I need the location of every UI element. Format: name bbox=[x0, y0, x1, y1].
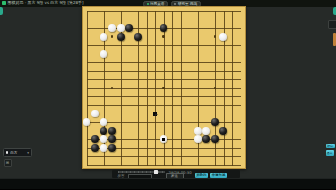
black-stone bbox=[108, 144, 116, 152]
black-stone bbox=[108, 127, 116, 135]
app-logo-icon bbox=[2, 1, 6, 5]
black-stone bbox=[117, 33, 125, 41]
right-chip-research[interactable]: 研究 bbox=[326, 144, 335, 149]
left-edge-tab[interactable] bbox=[0, 7, 3, 15]
desktop-screen: 围棋对局 - 黑方 9段 vs 白方 9段 [第28手] 对局直播研究室 观战 … bbox=[0, 0, 336, 189]
tab-status-dot bbox=[174, 3, 176, 5]
white-stone bbox=[194, 135, 202, 143]
right-panel-button[interactable] bbox=[328, 20, 336, 30]
black-stone bbox=[100, 127, 108, 135]
grid-tool-icon[interactable]: ⊞ bbox=[4, 159, 12, 167]
white-stone-indicator-icon bbox=[6, 151, 8, 153]
tab-status-dot bbox=[147, 3, 149, 5]
right-chip-exit[interactable]: 退出 bbox=[326, 150, 334, 156]
star-point bbox=[162, 35, 164, 37]
white-stone bbox=[100, 33, 108, 41]
player-dropdown[interactable]: 白方 ▾ bbox=[3, 148, 32, 157]
black-stone bbox=[211, 135, 219, 143]
black-stone bbox=[91, 144, 99, 152]
white-stone bbox=[100, 144, 108, 152]
star-point bbox=[162, 87, 164, 89]
chevron-down-icon: ▾ bbox=[27, 151, 29, 155]
star-point bbox=[214, 87, 216, 89]
go-board[interactable] bbox=[82, 6, 246, 169]
black-stone bbox=[219, 127, 227, 135]
white-stone bbox=[117, 24, 125, 32]
move-slider-handle[interactable] bbox=[154, 170, 159, 173]
white-stone bbox=[219, 33, 227, 41]
white-stone bbox=[100, 50, 108, 58]
taskbar: ^ ◌ ◌ 中 14:32 2023/6/15 bbox=[0, 178, 336, 190]
last-move-marker bbox=[162, 138, 165, 141]
white-stone bbox=[202, 127, 210, 135]
black-stone bbox=[134, 33, 142, 41]
white-stone bbox=[194, 127, 202, 135]
black-stone bbox=[211, 118, 219, 126]
right-orange-strip[interactable] bbox=[333, 33, 336, 46]
star-point bbox=[214, 35, 216, 37]
player-dropdown-label: 白方 bbox=[10, 151, 25, 155]
window-title: 围棋对局 - 黑方 9段 vs 白方 9段 [第28手] bbox=[8, 1, 84, 6]
white-stone bbox=[108, 24, 116, 32]
